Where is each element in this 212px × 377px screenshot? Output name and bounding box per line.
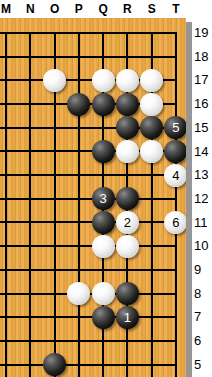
- intersection-Q12[interactable]: 3: [91, 187, 115, 211]
- intersection-P11[interactable]: [67, 211, 91, 235]
- intersection-S11[interactable]: [140, 211, 164, 235]
- black-stone-O5: [43, 353, 66, 376]
- intersection-R6[interactable]: [115, 329, 139, 353]
- intersection-S18[interactable]: [140, 45, 164, 69]
- intersection-Q7[interactable]: [91, 305, 115, 329]
- intersection-P17[interactable]: [67, 69, 91, 93]
- move-number-6: 6: [172, 216, 179, 229]
- intersection-M7[interactable]: [0, 305, 18, 329]
- intersection-M11[interactable]: [0, 211, 18, 235]
- column-label-N: N: [26, 2, 35, 16]
- intersection-Q6[interactable]: [91, 329, 115, 353]
- intersection-R7[interactable]: 1: [115, 305, 139, 329]
- intersection-P10[interactable]: [67, 234, 91, 258]
- row-label-16: 16: [194, 97, 208, 111]
- white-stone-Q8: [92, 282, 115, 305]
- intersection-M10[interactable]: [0, 234, 18, 258]
- intersection-P8[interactable]: [67, 282, 91, 306]
- move-number-4: 4: [172, 169, 179, 182]
- intersection-S12[interactable]: [140, 187, 164, 211]
- intersection-T10[interactable]: [164, 234, 186, 258]
- column-label-M: M: [1, 2, 11, 16]
- intersection-M17[interactable]: [0, 69, 18, 93]
- white-stone-S14: [140, 140, 163, 163]
- black-stone-R15: [116, 116, 139, 139]
- intersection-S13[interactable]: [140, 163, 164, 187]
- intersection-N6[interactable]: [18, 329, 42, 353]
- column-label-P: P: [75, 2, 83, 16]
- intersection-Q16[interactable]: [91, 92, 115, 116]
- black-stone-S15: [140, 116, 163, 139]
- white-stone-R14: [116, 140, 139, 163]
- intersection-T13[interactable]: 4: [164, 163, 186, 187]
- intersection-Q15[interactable]: [91, 116, 115, 140]
- intersection-Q11[interactable]: [91, 211, 115, 235]
- white-stone-T13: 4: [164, 164, 186, 187]
- intersection-M5[interactable]: [0, 353, 18, 377]
- column-label-O: O: [50, 2, 59, 16]
- intersection-N10[interactable]: [18, 234, 42, 258]
- intersection-P13[interactable]: [67, 163, 91, 187]
- move-number-1: 1: [124, 311, 131, 324]
- black-stone-Q12: 3: [92, 187, 115, 210]
- intersection-S15[interactable]: [140, 116, 164, 140]
- intersection-Q19[interactable]: [91, 21, 115, 45]
- row-label-6: 6: [194, 334, 201, 348]
- intersection-O5[interactable]: [42, 353, 66, 377]
- black-stone-R16: [116, 93, 139, 116]
- intersection-N14[interactable]: [18, 140, 42, 164]
- intersection-R13[interactable]: [115, 163, 139, 187]
- intersection-R5[interactable]: [115, 353, 139, 377]
- intersection-N19[interactable]: [18, 21, 42, 45]
- intersection-R10[interactable]: [115, 234, 139, 258]
- white-stone-Q17: [92, 69, 115, 92]
- intersection-M12[interactable]: [0, 187, 18, 211]
- intersection-O19[interactable]: [42, 21, 66, 45]
- intersection-M6[interactable]: [0, 329, 18, 353]
- intersection-O15[interactable]: [42, 116, 66, 140]
- black-stone-Q14: [92, 140, 115, 163]
- intersection-N11[interactable]: [18, 211, 42, 235]
- intersection-O6[interactable]: [42, 329, 66, 353]
- column-labels: MNOPQRST: [0, 0, 212, 18]
- intersection-R16[interactable]: [115, 92, 139, 116]
- black-stone-Q16: [92, 93, 115, 116]
- intersection-Q5[interactable]: [91, 353, 115, 377]
- intersection-O7[interactable]: [42, 305, 66, 329]
- intersection-O12[interactable]: [42, 187, 66, 211]
- intersection-N8[interactable]: [18, 282, 42, 306]
- row-labels: 1918171615141312111098765: [192, 0, 212, 377]
- intersection-P14[interactable]: [67, 140, 91, 164]
- intersection-P5[interactable]: [67, 353, 91, 377]
- intersection-P19[interactable]: [67, 21, 91, 45]
- intersection-S7[interactable]: [140, 305, 164, 329]
- intersection-Q14[interactable]: [91, 140, 115, 164]
- intersection-S14[interactable]: [140, 140, 164, 164]
- white-stone-R17: [116, 69, 139, 92]
- intersection-S6[interactable]: [140, 329, 164, 353]
- intersection-T9[interactable]: [164, 258, 186, 282]
- row-label-10: 10: [194, 239, 208, 253]
- intersection-R15[interactable]: [115, 116, 139, 140]
- intersection-N12[interactable]: [18, 187, 42, 211]
- row-label-7: 7: [194, 310, 201, 324]
- intersection-T17[interactable]: [164, 69, 186, 93]
- white-stone-R10: [116, 235, 139, 258]
- row-label-5: 5: [194, 358, 201, 372]
- intersection-Q13[interactable]: [91, 163, 115, 187]
- intersection-P15[interactable]: [67, 116, 91, 140]
- row-label-17: 17: [194, 73, 208, 87]
- intersection-O11[interactable]: [42, 211, 66, 235]
- intersection-N9[interactable]: [18, 258, 42, 282]
- board-grid: 543261: [0, 21, 186, 377]
- intersection-R14[interactable]: [115, 140, 139, 164]
- intersection-T11[interactable]: 6: [164, 211, 186, 235]
- black-stone-R8: [116, 282, 139, 305]
- row-label-19: 19: [194, 26, 208, 40]
- intersection-T12[interactable]: [164, 187, 186, 211]
- intersection-T15[interactable]: 5: [164, 116, 186, 140]
- row-label-13: 13: [194, 168, 208, 182]
- column-label-T: T: [172, 2, 179, 16]
- intersection-P6[interactable]: [67, 329, 91, 353]
- intersection-N7[interactable]: [18, 305, 42, 329]
- intersection-O14[interactable]: [42, 140, 66, 164]
- intersection-S17[interactable]: [140, 69, 164, 93]
- white-stone-S16: [140, 93, 163, 116]
- black-stone-T15: 5: [164, 116, 186, 139]
- black-stone-R7: 1: [116, 306, 139, 329]
- intersection-T6[interactable]: [164, 329, 186, 353]
- intersection-R18[interactable]: [115, 45, 139, 69]
- row-label-11: 11: [194, 216, 208, 230]
- intersection-M13[interactable]: [0, 163, 18, 187]
- intersection-T19[interactable]: [164, 21, 186, 45]
- intersection-R8[interactable]: [115, 282, 139, 306]
- intersection-Q9[interactable]: [91, 258, 115, 282]
- intersection-R11[interactable]: 2: [115, 211, 139, 235]
- intersection-S16[interactable]: [140, 92, 164, 116]
- intersection-R12[interactable]: [115, 187, 139, 211]
- intersection-N13[interactable]: [18, 163, 42, 187]
- black-stone-R12: [116, 187, 139, 210]
- intersection-S8[interactable]: [140, 282, 164, 306]
- move-number-2: 2: [124, 216, 131, 229]
- intersection-M16[interactable]: [0, 92, 18, 116]
- row-label-18: 18: [194, 50, 208, 64]
- go-board: 543261: [0, 18, 186, 377]
- intersection-P16[interactable]: [67, 92, 91, 116]
- white-stone-Q10: [92, 235, 115, 258]
- intersection-P7[interactable]: [67, 305, 91, 329]
- intersection-S19[interactable]: [140, 21, 164, 45]
- intersection-N18[interactable]: [18, 45, 42, 69]
- white-stone-T11: 6: [164, 211, 186, 234]
- row-label-14: 14: [194, 145, 208, 159]
- intersection-R9[interactable]: [115, 258, 139, 282]
- intersection-T8[interactable]: [164, 282, 186, 306]
- row-label-8: 8: [194, 287, 201, 301]
- intersection-O10[interactable]: [42, 234, 66, 258]
- row-label-15: 15: [194, 121, 208, 135]
- intersection-M15[interactable]: [0, 116, 18, 140]
- white-stone-P8: [67, 282, 90, 305]
- intersection-O13[interactable]: [42, 163, 66, 187]
- intersection-S10[interactable]: [140, 234, 164, 258]
- intersection-N5[interactable]: [18, 353, 42, 377]
- intersection-N15[interactable]: [18, 116, 42, 140]
- move-number-5: 5: [172, 121, 179, 134]
- white-stone-S17: [140, 69, 163, 92]
- column-label-S: S: [148, 2, 156, 16]
- intersection-P12[interactable]: [67, 187, 91, 211]
- column-label-R: R: [123, 2, 132, 16]
- intersection-T18[interactable]: [164, 45, 186, 69]
- black-stone-T14: [164, 140, 186, 163]
- white-stone-O17: [43, 69, 66, 92]
- black-stone-Q7: [92, 306, 115, 329]
- black-stone-Q11: [92, 211, 115, 234]
- intersection-M9[interactable]: [0, 258, 18, 282]
- intersection-P18[interactable]: [67, 45, 91, 69]
- intersection-Q10[interactable]: [91, 234, 115, 258]
- go-diagram: MNOPQRST 543261 191817161514131211109876…: [0, 0, 212, 377]
- column-label-Q: Q: [98, 2, 107, 16]
- intersection-T5[interactable]: [164, 353, 186, 377]
- intersection-O9[interactable]: [42, 258, 66, 282]
- intersection-O8[interactable]: [42, 282, 66, 306]
- intersection-Q8[interactable]: [91, 282, 115, 306]
- intersection-M8[interactable]: [0, 282, 18, 306]
- move-number-3: 3: [100, 192, 107, 205]
- intersection-Q17[interactable]: [91, 69, 115, 93]
- intersection-N16[interactable]: [18, 92, 42, 116]
- intersection-T7[interactable]: [164, 305, 186, 329]
- intersection-T16[interactable]: [164, 92, 186, 116]
- intersection-M19[interactable]: [0, 21, 18, 45]
- white-stone-R11: 2: [116, 211, 139, 234]
- intersection-N17[interactable]: [18, 69, 42, 93]
- intersection-O17[interactable]: [42, 69, 66, 93]
- intersection-O18[interactable]: [42, 45, 66, 69]
- intersection-M18[interactable]: [0, 45, 18, 69]
- intersection-M14[interactable]: [0, 140, 18, 164]
- row-label-12: 12: [194, 192, 208, 206]
- intersection-Q18[interactable]: [91, 45, 115, 69]
- row-label-9: 9: [194, 263, 201, 277]
- intersection-T14[interactable]: [164, 140, 186, 164]
- black-stone-P16: [67, 93, 90, 116]
- intersection-R19[interactable]: [115, 21, 139, 45]
- intersection-S5[interactable]: [140, 353, 164, 377]
- intersection-P9[interactable]: [67, 258, 91, 282]
- intersection-R17[interactable]: [115, 69, 139, 93]
- intersection-O16[interactable]: [42, 92, 66, 116]
- intersection-S9[interactable]: [140, 258, 164, 282]
